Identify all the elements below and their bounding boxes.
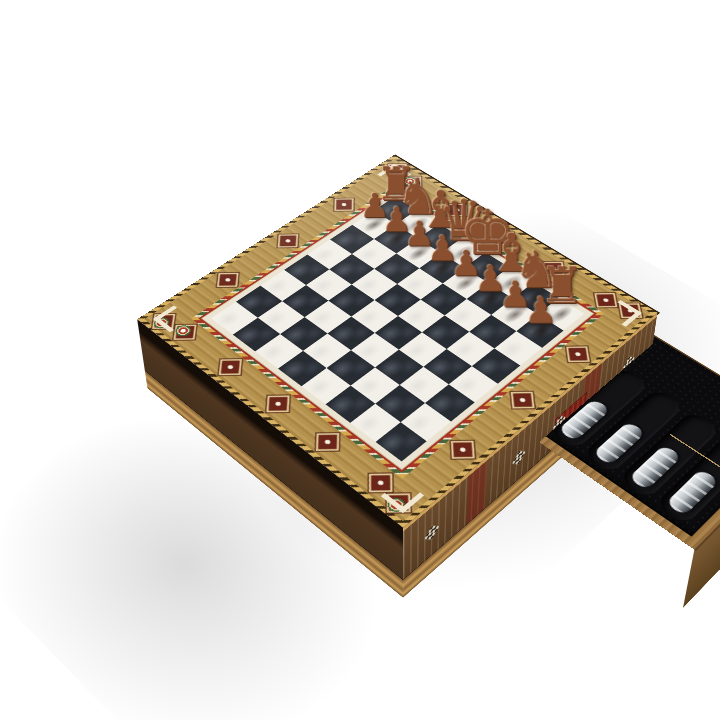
drawer-slot — [618, 410, 720, 499]
drawer-slot — [655, 433, 720, 525]
stored-silver-piece[interactable] — [628, 444, 682, 490]
stored-silver-piece[interactable] — [558, 398, 611, 441]
piece-glyph: ♟ — [494, 289, 585, 330]
border-diamond-medallion — [543, 262, 565, 276]
photo-background: ♜♞♝♛♚♝♞♜♟♟♟♟♟♟♟♟ — [0, 0, 720, 720]
inlay-checker-motif — [424, 526, 439, 540]
drawer-front-group — [675, 405, 720, 519]
inlay-checker-motif — [512, 451, 526, 465]
stored-silver-piece[interactable] — [592, 421, 646, 466]
border-diamond-medallion — [447, 204, 467, 217]
border-diamond-medallion — [277, 234, 298, 247]
drawer-slot — [582, 388, 685, 475]
border-diamond-medallion — [494, 232, 515, 245]
stored-silver-piece[interactable] — [665, 469, 720, 517]
border-diamond-medallion — [334, 198, 353, 211]
border-diamond-medallion — [217, 273, 239, 287]
